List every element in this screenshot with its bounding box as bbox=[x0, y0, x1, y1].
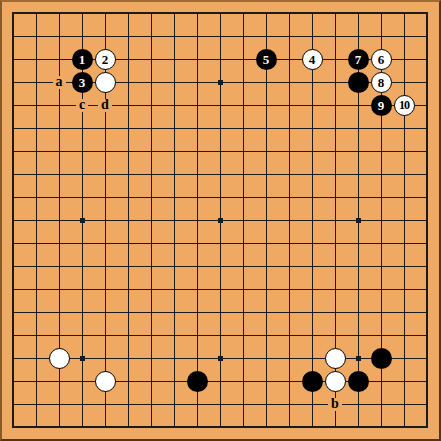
black-stone bbox=[187, 371, 208, 392]
move-number: 9 bbox=[378, 99, 385, 112]
move-number: 6 bbox=[378, 53, 385, 66]
move-number: 10 bbox=[399, 99, 409, 111]
black-stone bbox=[371, 348, 392, 369]
black-stone bbox=[302, 371, 323, 392]
move-number: 4 bbox=[309, 53, 316, 66]
move-number: 8 bbox=[378, 76, 385, 89]
stone-black bbox=[370, 347, 393, 370]
stone-black-5: 5 bbox=[255, 48, 278, 71]
point-label-text: d bbox=[98, 99, 112, 112]
white-stone bbox=[95, 371, 116, 392]
stone-white bbox=[324, 347, 347, 370]
stone-white bbox=[94, 71, 117, 94]
stone-black bbox=[301, 370, 324, 393]
white-stone bbox=[325, 371, 346, 392]
stone-white bbox=[324, 370, 347, 393]
stone-white-2: 2 bbox=[94, 48, 117, 71]
move-number: 3 bbox=[79, 76, 86, 89]
move-number: 1 bbox=[79, 53, 86, 66]
black-stone: 9 bbox=[371, 95, 392, 116]
black-stone bbox=[348, 72, 369, 93]
stone-white-10: 10 bbox=[393, 94, 416, 117]
stone-white bbox=[48, 347, 71, 370]
white-stone: 4 bbox=[302, 49, 323, 70]
point-label-d: d bbox=[94, 94, 117, 117]
white-stone: 6 bbox=[371, 49, 392, 70]
move-number: 7 bbox=[355, 53, 362, 66]
black-stone: 5 bbox=[256, 49, 277, 70]
black-stone: 1 bbox=[72, 49, 93, 70]
white-stone bbox=[95, 72, 116, 93]
white-stone bbox=[49, 348, 70, 369]
black-stone bbox=[348, 371, 369, 392]
white-stone: 8 bbox=[371, 72, 392, 93]
point-label-text: c bbox=[76, 99, 88, 112]
stone-black-3: 3 bbox=[71, 71, 94, 94]
stone-white-4: 4 bbox=[301, 48, 324, 71]
stone-black bbox=[186, 370, 209, 393]
black-stone: 7 bbox=[348, 49, 369, 70]
point-label-c: c bbox=[71, 94, 94, 117]
point-label-b: b bbox=[324, 393, 347, 416]
stone-white-6: 6 bbox=[370, 48, 393, 71]
stone-black-1: 1 bbox=[71, 48, 94, 71]
point-label-text: b bbox=[328, 398, 342, 411]
stone-black-7: 7 bbox=[347, 48, 370, 71]
stone-white bbox=[94, 370, 117, 393]
board-stones-layer: abcd12354768910 bbox=[2, 2, 439, 439]
white-stone bbox=[325, 348, 346, 369]
stone-black-9: 9 bbox=[370, 94, 393, 117]
black-stone: 3 bbox=[72, 72, 93, 93]
white-stone: 2 bbox=[95, 49, 116, 70]
move-number: 5 bbox=[263, 53, 270, 66]
stone-black bbox=[347, 71, 370, 94]
point-label-a: a bbox=[48, 71, 71, 94]
stone-white-8: 8 bbox=[370, 71, 393, 94]
stone-black bbox=[347, 370, 370, 393]
move-number: 2 bbox=[102, 53, 109, 66]
go-board: abcd12354768910 bbox=[0, 0, 441, 441]
point-label-text: a bbox=[53, 76, 66, 89]
white-stone: 10 bbox=[394, 95, 415, 116]
